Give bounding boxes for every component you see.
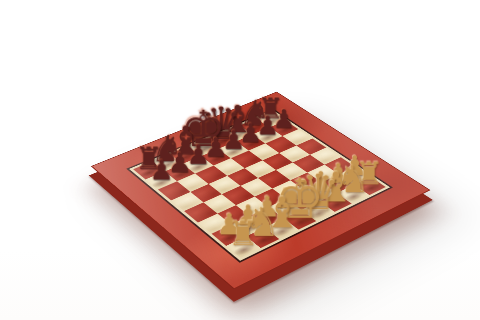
playing-field: ♜♞♝♚♛♝♞♜♟♟♟♟♟♟♟♟♟♟♟♟♟♟♟♟♜♞♝♚♛♝♞♜	[126, 109, 393, 263]
square-h5	[171, 192, 203, 211]
piece-black-pawn: ♟	[127, 157, 195, 184]
chessboard: ♜♞♝♚♛♝♞♜♟♟♟♟♟♟♟♟♟♟♟♟♟♟♟♟♜♞♝♚♛♝♞♜	[91, 92, 431, 290]
board-grid: ♜♞♝♚♛♝♞♜♟♟♟♟♟♟♟♟♟♟♟♟♟♟♟♟♜♞♝♚♛♝♞♜	[133, 112, 386, 258]
piece-white-rook: ♜	[206, 217, 280, 251]
chess-set-photo: ♜♞♝♚♛♝♞♜♟♟♟♟♟♟♟♟♟♟♟♟♟♟♟♟♜♞♝♚♛♝♞♜	[0, 0, 480, 320]
square-g5	[190, 184, 222, 203]
